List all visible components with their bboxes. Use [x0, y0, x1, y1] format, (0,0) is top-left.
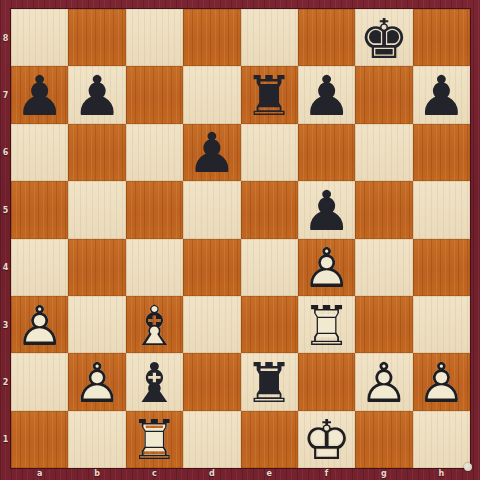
rank-label-3: 3 [0, 320, 11, 329]
square-a2[interactable] [11, 353, 68, 410]
square-e2[interactable]: ♜♖ [241, 353, 298, 410]
black-pawn-b7[interactable]: ♟♙ [68, 66, 125, 123]
square-c3[interactable]: ♝♗ [126, 296, 183, 353]
black-pawn-f7[interactable]: ♟♙ [298, 66, 355, 123]
square-h3[interactable] [413, 296, 470, 353]
square-a1[interactable] [11, 411, 68, 468]
square-b2[interactable]: ♟♙ [68, 353, 125, 410]
square-e8[interactable] [241, 9, 298, 66]
square-e7[interactable]: ♜♖ [241, 66, 298, 123]
square-g6[interactable] [355, 124, 412, 181]
square-f7[interactable]: ♟♙ [298, 66, 355, 123]
square-h4[interactable] [413, 239, 470, 296]
black-pawn-icon: ♟ [302, 69, 351, 124]
white-bishop-c3[interactable]: ♝♗ [126, 296, 183, 353]
square-h7[interactable]: ♟♙ [413, 66, 470, 123]
square-c8[interactable] [126, 9, 183, 66]
white-pawn-outline-icon: ♙ [359, 356, 408, 411]
white-pawn-a3[interactable]: ♟♙ [11, 296, 68, 353]
square-d4[interactable] [183, 239, 240, 296]
square-d1[interactable] [183, 411, 240, 468]
square-d5[interactable] [183, 181, 240, 238]
white-pawn-outline-icon: ♙ [15, 299, 64, 354]
square-a3[interactable]: ♟♙ [11, 296, 68, 353]
square-h1[interactable] [413, 411, 470, 468]
square-g1[interactable] [355, 411, 412, 468]
white-rook-f3[interactable]: ♜♖ [298, 296, 355, 353]
square-e3[interactable] [241, 296, 298, 353]
white-rook-outline-icon: ♖ [130, 413, 179, 468]
square-b3[interactable] [68, 296, 125, 353]
square-h8[interactable] [413, 9, 470, 66]
square-a7[interactable]: ♟♙ [11, 66, 68, 123]
square-c1[interactable]: ♜♖ [126, 411, 183, 468]
file-label-d: d [209, 469, 215, 478]
square-e4[interactable] [241, 239, 298, 296]
black-rook-e7[interactable]: ♜♖ [241, 66, 298, 123]
square-g2[interactable]: ♟♙ [355, 353, 412, 410]
square-h2[interactable]: ♟♙ [413, 353, 470, 410]
black-pawn-icon: ♟ [72, 69, 121, 124]
white-pawn-outline-icon: ♙ [72, 356, 121, 411]
rank-label-1: 1 [0, 435, 11, 444]
square-b7[interactable]: ♟♙ [68, 66, 125, 123]
square-f1[interactable]: ♚♔ [298, 411, 355, 468]
white-rook-c1[interactable]: ♜♖ [126, 411, 183, 468]
square-d6[interactable]: ♟♙ [183, 124, 240, 181]
file-label-b: b [94, 469, 100, 478]
rank-labels: 87654321 [0, 9, 11, 468]
white-bishop-outline-icon: ♗ [130, 299, 179, 354]
black-pawn-icon: ♟ [302, 184, 351, 239]
black-bishop-icon: ♝ [130, 356, 179, 411]
square-g7[interactable] [355, 66, 412, 123]
square-c4[interactable] [126, 239, 183, 296]
white-king-outline-icon: ♔ [302, 413, 351, 468]
square-b1[interactable] [68, 411, 125, 468]
white-pawn-outline-icon: ♙ [302, 241, 351, 296]
square-b8[interactable] [68, 9, 125, 66]
white-pawn-h2[interactable]: ♟♙ [413, 353, 470, 410]
rank-label-6: 6 [0, 148, 11, 157]
chess-diagram: ♚♔♟♙♟♙♜♖♟♙♟♙♟♙♟♙♟♙♟♙♝♗♜♖♟♙♝♗♜♖♟♙♟♙♜♖♚♔ 8… [0, 0, 480, 480]
rank-label-7: 7 [0, 91, 11, 100]
black-pawn-f5[interactable]: ♟♙ [298, 181, 355, 238]
square-g8[interactable]: ♚♔ [355, 9, 412, 66]
rank-label-5: 5 [0, 205, 11, 214]
black-pawn-h7[interactable]: ♟♙ [413, 66, 470, 123]
file-label-f: f [325, 469, 328, 478]
rank-label-2: 2 [0, 377, 11, 386]
square-a6[interactable] [11, 124, 68, 181]
black-rook-icon: ♜ [245, 356, 294, 411]
square-f4[interactable]: ♟♙ [298, 239, 355, 296]
white-pawn-outline-icon: ♙ [417, 356, 466, 411]
white-to-move-indicator [464, 463, 472, 471]
square-g3[interactable] [355, 296, 412, 353]
white-rook-outline-icon: ♖ [302, 299, 351, 354]
square-f8[interactable] [298, 9, 355, 66]
square-e6[interactable] [241, 124, 298, 181]
square-d2[interactable] [183, 353, 240, 410]
square-b5[interactable] [68, 181, 125, 238]
square-b4[interactable] [68, 239, 125, 296]
square-f6[interactable] [298, 124, 355, 181]
square-c5[interactable] [126, 181, 183, 238]
file-label-e: e [266, 469, 271, 478]
square-f3[interactable]: ♜♖ [298, 296, 355, 353]
square-d8[interactable] [183, 9, 240, 66]
black-pawn-icon: ♟ [417, 69, 466, 124]
square-f5[interactable]: ♟♙ [298, 181, 355, 238]
file-label-a: a [37, 469, 42, 478]
black-rook-icon: ♜ [245, 69, 294, 124]
file-label-g: g [381, 469, 387, 478]
black-king-icon: ♚ [359, 12, 408, 67]
square-g4[interactable] [355, 239, 412, 296]
white-pawn-b2[interactable]: ♟♙ [68, 353, 125, 410]
file-labels: abcdefgh [11, 468, 470, 480]
square-a4[interactable] [11, 239, 68, 296]
rank-label-4: 4 [0, 263, 11, 272]
black-king-g8[interactable]: ♚♔ [355, 9, 412, 66]
square-d3[interactable] [183, 296, 240, 353]
square-h5[interactable] [413, 181, 470, 238]
square-c6[interactable] [126, 124, 183, 181]
black-pawn-icon: ♟ [15, 69, 64, 124]
square-g5[interactable] [355, 181, 412, 238]
white-pawn-f4[interactable]: ♟♙ [298, 239, 355, 296]
white-king-f1[interactable]: ♚♔ [298, 411, 355, 468]
file-label-h: h [438, 469, 444, 478]
square-a8[interactable] [11, 9, 68, 66]
square-d7[interactable] [183, 66, 240, 123]
black-pawn-icon: ♟ [187, 127, 236, 182]
square-a5[interactable] [11, 181, 68, 238]
file-label-c: c [152, 469, 157, 478]
square-h6[interactable] [413, 124, 470, 181]
square-c7[interactable] [126, 66, 183, 123]
square-e1[interactable] [241, 411, 298, 468]
rank-label-8: 8 [0, 33, 11, 42]
square-b6[interactable] [68, 124, 125, 181]
square-c2[interactable]: ♝♗ [126, 353, 183, 410]
white-pawn-g2[interactable]: ♟♙ [355, 353, 412, 410]
chess-board: ♚♔♟♙♟♙♜♖♟♙♟♙♟♙♟♙♟♙♟♙♝♗♜♖♟♙♝♗♜♖♟♙♟♙♜♖♚♔ [11, 9, 470, 468]
square-e5[interactable] [241, 181, 298, 238]
black-rook-e2[interactable]: ♜♖ [241, 353, 298, 410]
square-f2[interactable] [298, 353, 355, 410]
black-bishop-c2[interactable]: ♝♗ [126, 353, 183, 410]
black-pawn-a7[interactable]: ♟♙ [11, 66, 68, 123]
black-pawn-d6[interactable]: ♟♙ [183, 124, 240, 181]
